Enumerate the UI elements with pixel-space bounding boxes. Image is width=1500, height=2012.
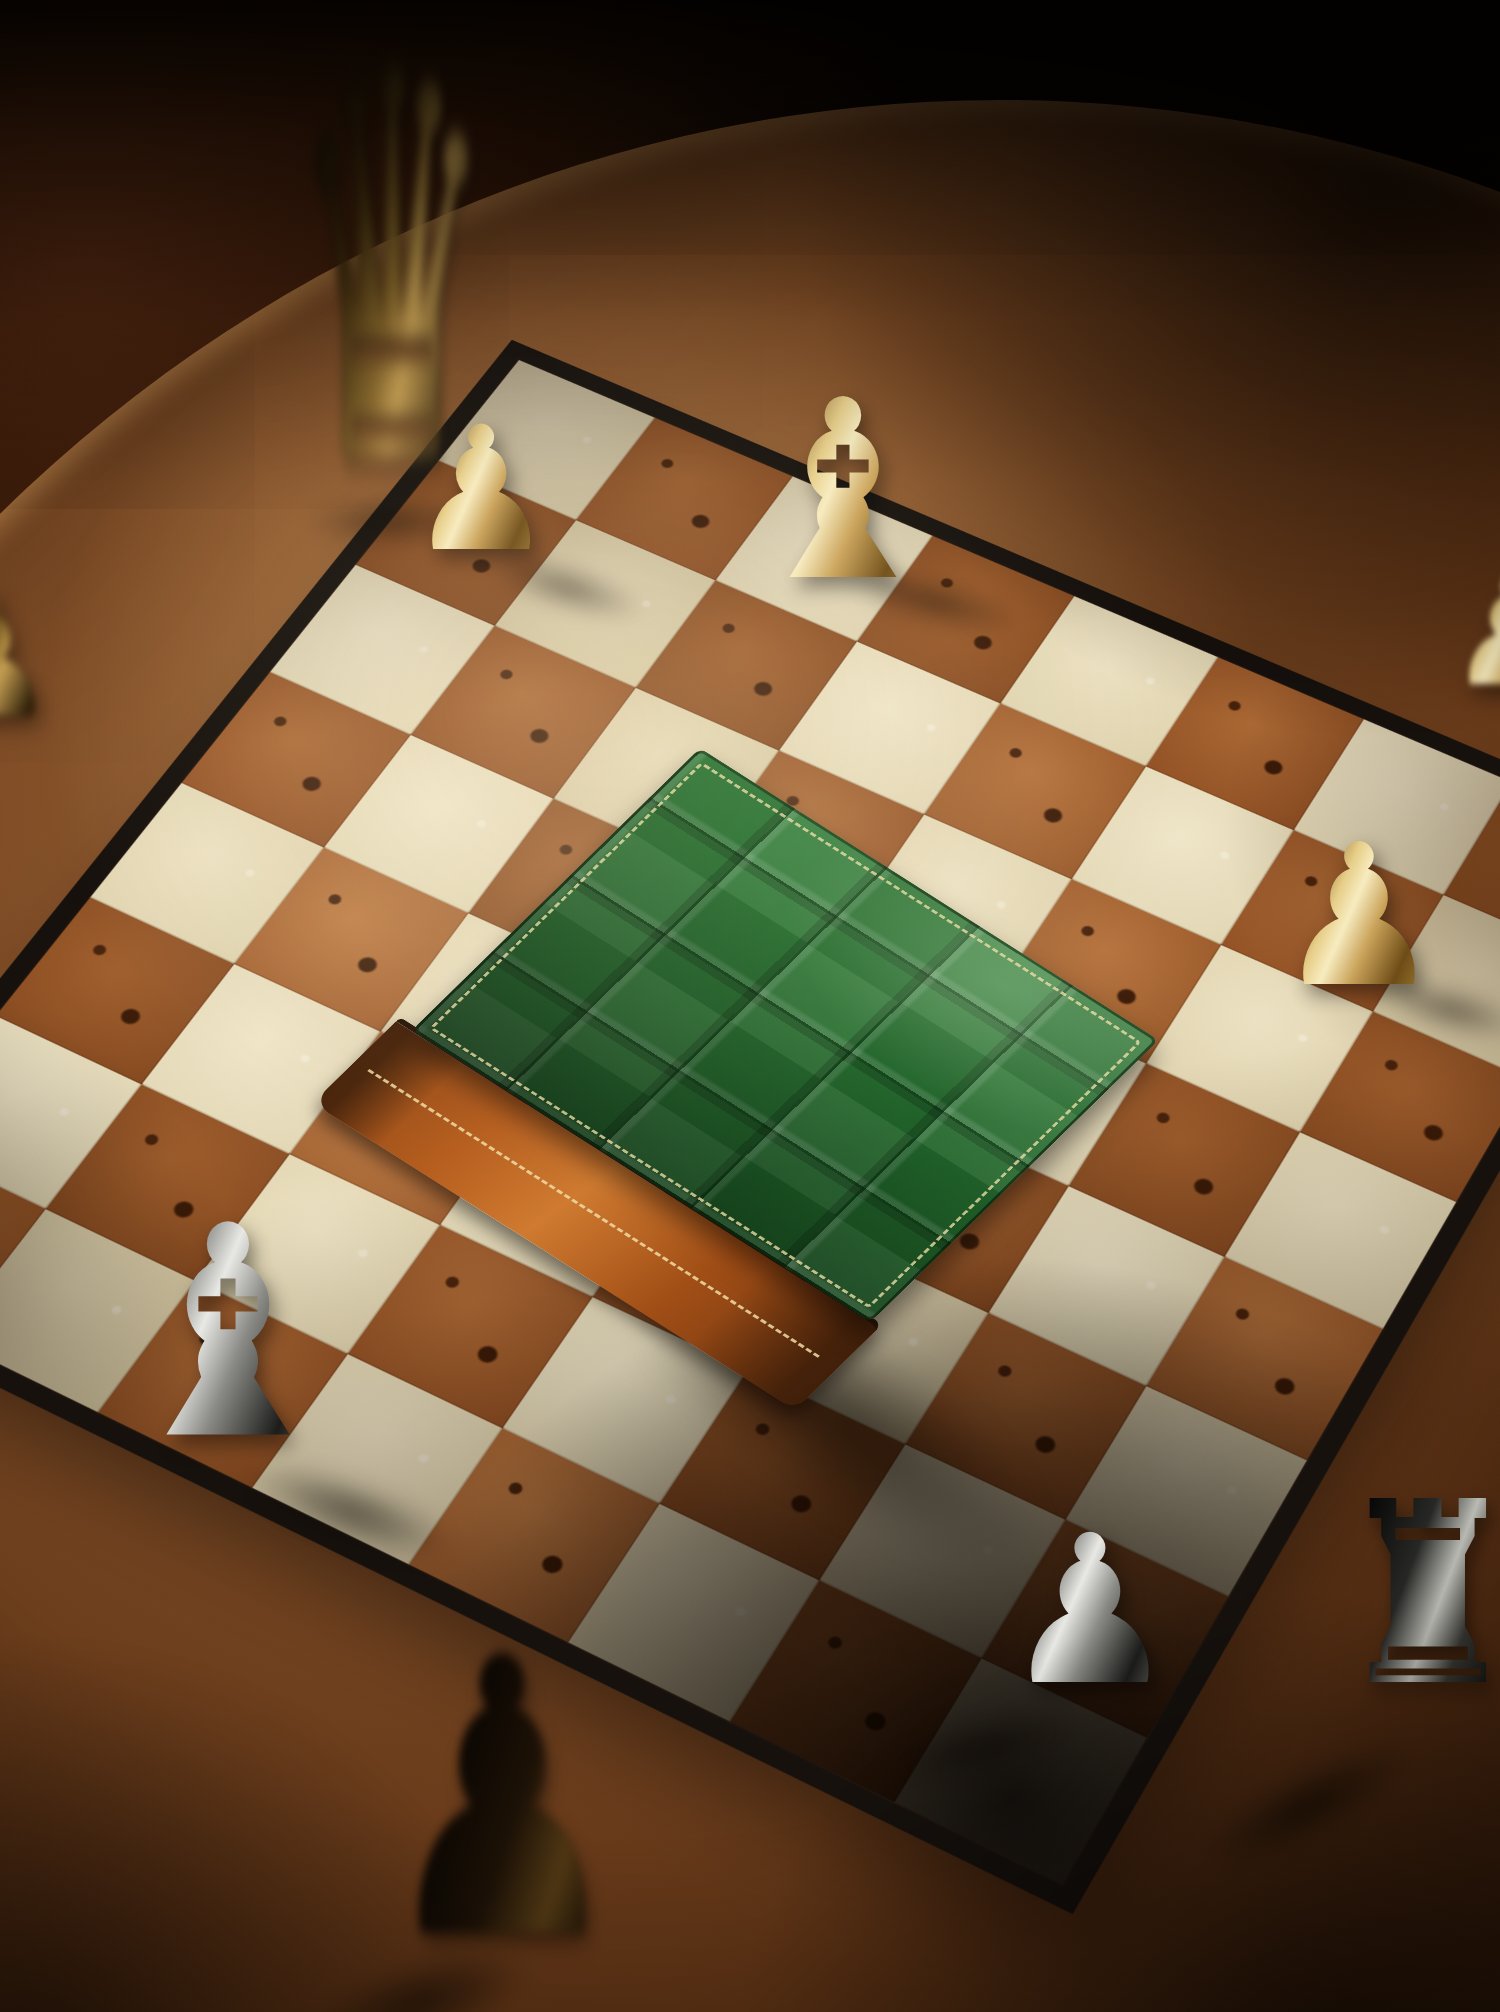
product-photo-scene: ♝♟♟♟♝♜♟♛♟♟ [0, 0, 1500, 2012]
